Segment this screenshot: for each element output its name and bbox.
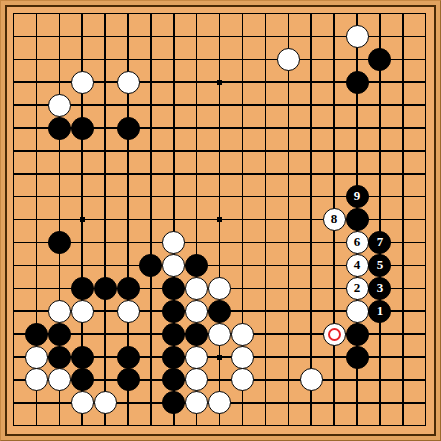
star-point [217, 80, 222, 85]
black-stone [48, 117, 71, 140]
black-stone [368, 231, 391, 254]
white-stone [185, 368, 208, 391]
black-stone [162, 300, 185, 323]
black-stone [48, 323, 71, 346]
white-stone [346, 300, 369, 323]
white-stone [71, 300, 94, 323]
black-stone [208, 300, 231, 323]
white-stone [208, 323, 231, 346]
black-stone [48, 231, 71, 254]
grid-line [379, 13, 381, 427]
white-stone [231, 323, 254, 346]
black-stone [71, 117, 94, 140]
white-stone [25, 346, 48, 369]
white-stone [346, 254, 369, 277]
white-stone [94, 391, 117, 414]
white-stone [162, 231, 185, 254]
go-diagram: 123456789 [0, 0, 441, 441]
black-stone [162, 323, 185, 346]
white-stone [231, 368, 254, 391]
black-stone [139, 254, 162, 277]
black-stone [162, 391, 185, 414]
black-stone [25, 323, 48, 346]
white-stone [185, 391, 208, 414]
white-stone [323, 323, 346, 346]
black-stone [346, 346, 369, 369]
grid-line [13, 425, 427, 427]
grid-line [265, 13, 267, 427]
white-stone [185, 346, 208, 369]
black-stone [185, 323, 208, 346]
black-stone [346, 208, 369, 231]
white-stone [162, 254, 185, 277]
white-stone [346, 231, 369, 254]
black-stone [162, 346, 185, 369]
white-stone [117, 300, 140, 323]
black-stone [117, 117, 140, 140]
star-point [217, 217, 222, 222]
black-stone [117, 346, 140, 369]
black-stone [346, 185, 369, 208]
white-stone [117, 71, 140, 94]
black-stone [117, 368, 140, 391]
black-stone [368, 48, 391, 71]
black-stone [94, 277, 117, 300]
star-point [80, 217, 85, 222]
black-stone [346, 71, 369, 94]
white-stone [208, 391, 231, 414]
grid-line [310, 13, 312, 427]
black-stone [368, 277, 391, 300]
go-board: 123456789 [0, 0, 441, 441]
black-stone [71, 346, 94, 369]
grid-line [425, 13, 427, 427]
black-stone [185, 254, 208, 277]
white-stone [185, 277, 208, 300]
white-stone [25, 368, 48, 391]
black-stone [117, 277, 140, 300]
black-stone [71, 368, 94, 391]
white-stone [71, 391, 94, 414]
white-stone [346, 277, 369, 300]
black-stone [48, 346, 71, 369]
white-stone [71, 71, 94, 94]
black-stone [71, 277, 94, 300]
white-stone [300, 368, 323, 391]
white-stone [277, 48, 300, 71]
white-stone [346, 25, 369, 48]
black-stone [368, 300, 391, 323]
white-stone [208, 277, 231, 300]
white-stone [48, 368, 71, 391]
grid-line [288, 13, 290, 427]
white-stone [185, 300, 208, 323]
black-stone [346, 323, 369, 346]
black-stone [162, 368, 185, 391]
black-stone [162, 277, 185, 300]
star-point [217, 355, 222, 360]
white-stone [231, 346, 254, 369]
black-stone [368, 254, 391, 277]
white-stone [48, 300, 71, 323]
white-stone [48, 94, 71, 117]
white-stone [323, 208, 346, 231]
grid-line [402, 13, 404, 427]
